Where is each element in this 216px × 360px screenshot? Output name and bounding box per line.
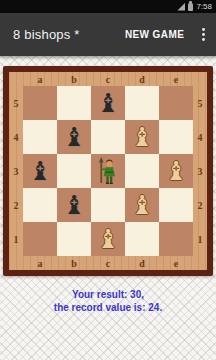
app-bar: 8 bishops * NEW GAME	[0, 13, 216, 56]
chess-board-frame: abcde 54321 ♝♝♝♝ ♝♝♝♝ 54321 abcde	[3, 66, 213, 276]
result-line-2: the record value is: 24.	[0, 302, 216, 315]
file-labels-bottom: abcde	[23, 256, 193, 270]
rank-label-4: 4	[193, 120, 207, 154]
board-cell-c2[interactable]	[91, 188, 125, 222]
board-cell-b1[interactable]	[57, 222, 91, 256]
black-bishop: ♝	[28, 158, 51, 184]
signal-icon	[177, 3, 185, 11]
battery-icon	[188, 3, 193, 11]
rank-label-2: 2	[193, 188, 207, 222]
board-cell-e3[interactable]: ♝	[159, 154, 193, 188]
file-label-a: a	[23, 72, 57, 86]
board-area: abcde 54321 ♝♝♝♝ ♝♝♝♝ 54321 abcde	[0, 66, 216, 276]
board-cell-e1[interactable]	[159, 222, 193, 256]
board-cell-c5[interactable]: ♝	[91, 86, 125, 120]
file-label-e: e	[159, 72, 193, 86]
board-cell-a1[interactable]	[23, 222, 57, 256]
file-label-a: a	[23, 256, 57, 270]
board-cell-a3[interactable]: ♝	[23, 154, 57, 188]
black-bishop: ♝	[62, 124, 85, 150]
file-label-c: c	[91, 256, 125, 270]
rank-label-1: 1	[9, 222, 23, 256]
status-bar: 7:58	[0, 0, 216, 13]
file-labels-top: abcde	[23, 72, 193, 86]
board-cell-c3[interactable]	[91, 154, 125, 188]
board-cell-b2[interactable]: ♝	[57, 188, 91, 222]
file-label-b: b	[57, 256, 91, 270]
page-title: 8 bishops *	[13, 27, 123, 42]
file-label-d: d	[125, 256, 159, 270]
board-cell-c1[interactable]: ♝	[91, 222, 125, 256]
board-cell-e4[interactable]	[159, 120, 193, 154]
kebab-menu-icon[interactable]	[199, 24, 208, 45]
black-bishop: ♝	[96, 90, 119, 116]
rank-label-3: 3	[193, 154, 207, 188]
rank-label-2: 2	[9, 188, 23, 222]
white-bishop: ♝	[96, 226, 119, 252]
board-cell-d3[interactable]	[125, 154, 159, 188]
board-cell-e5[interactable]	[159, 86, 193, 120]
file-label-d: d	[125, 72, 159, 86]
app-screen: 7:58 8 bishops * NEW GAME abcde 54321 ♝♝…	[0, 0, 216, 360]
board-cell-b4[interactable]: ♝	[57, 120, 91, 154]
board-cell-d4[interactable]: ♝	[125, 120, 159, 154]
board-cell-b5[interactable]	[57, 86, 91, 120]
board-cell-a5[interactable]	[23, 86, 57, 120]
rank-labels-left: 54321	[9, 86, 23, 256]
board-cell-b3[interactable]	[57, 154, 91, 188]
rank-label-5: 5	[193, 86, 207, 120]
file-label-e: e	[159, 256, 193, 270]
board-cell-a2[interactable]	[23, 188, 57, 222]
guard-piece	[97, 157, 120, 185]
board-cell-e2[interactable]	[159, 188, 193, 222]
status-time: 7:58	[196, 0, 212, 13]
new-game-button[interactable]: NEW GAME	[123, 25, 186, 44]
board-cell-c4[interactable]	[91, 120, 125, 154]
rank-labels-right: 54321	[193, 86, 207, 256]
rank-label-4: 4	[9, 120, 23, 154]
black-bishop: ♝	[62, 192, 85, 218]
rank-label-1: 1	[193, 222, 207, 256]
rank-label-3: 3	[9, 154, 23, 188]
file-label-b: b	[57, 72, 91, 86]
board-cell-a4[interactable]	[23, 120, 57, 154]
white-bishop: ♝	[164, 158, 187, 184]
board-cell-d2[interactable]: ♝	[125, 188, 159, 222]
result-text: Your result: 30, the record value is: 24…	[0, 289, 216, 314]
board-grid: ♝♝♝♝ ♝♝♝♝	[23, 86, 193, 256]
board-cell-d5[interactable]	[125, 86, 159, 120]
white-bishop: ♝	[130, 192, 153, 218]
file-label-c: c	[91, 72, 125, 86]
board-cell-d1[interactable]	[125, 222, 159, 256]
result-line-1: Your result: 30,	[0, 289, 216, 302]
white-bishop: ♝	[130, 124, 153, 150]
rank-label-5: 5	[9, 86, 23, 120]
